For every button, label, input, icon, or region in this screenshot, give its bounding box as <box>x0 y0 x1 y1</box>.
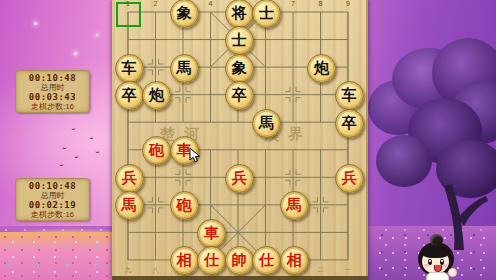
piece-black-soldier[interactable]: 卒 <box>115 81 144 110</box>
piece-black-elephant[interactable]: 象 <box>170 0 199 28</box>
piece-black-soldier[interactable]: 卒 <box>335 109 364 138</box>
piece-red-chariot[interactable]: 車 <box>197 219 226 248</box>
file-label-top: 8 <box>319 0 323 7</box>
piece-red-general[interactable]: 帥 <box>225 246 254 275</box>
move-count: 走棋步数:16 <box>16 210 89 220</box>
clock-panel-red: 00:10:48 总用时 00:02:19 走棋步数:16 <box>15 178 90 221</box>
mouse-cursor <box>189 147 201 163</box>
bird-icon: ⌄ <box>70 125 77 131</box>
total-time-label: 总用时 <box>16 83 89 92</box>
sparkle <box>96 34 98 36</box>
piece-black-advisor[interactable]: 士 <box>225 26 254 55</box>
sparkle <box>34 22 37 25</box>
file-label-bottom: 九 <box>125 265 132 275</box>
move-count: 走棋步数:16 <box>16 102 89 112</box>
file-label-top: 7 <box>291 0 295 7</box>
sparkle <box>74 52 77 55</box>
tree-trunk <box>420 140 496 250</box>
piece-red-horse[interactable]: 馬 <box>115 191 144 220</box>
move-time: 00:02:19 <box>16 200 89 210</box>
bird-icon: ⌄ <box>61 144 68 150</box>
piece-red-soldier[interactable]: 兵 <box>225 164 254 193</box>
piece-red-cannon[interactable]: 砲 <box>170 191 199 220</box>
piece-red-elephant[interactable]: 相 <box>280 246 309 275</box>
piece-red-elephant[interactable]: 相 <box>170 246 199 275</box>
total-time-label: 总用时 <box>16 191 89 200</box>
clock-panel-black: 00:10:48 总用时 00:03:43 走棋步数:16 <box>15 70 90 113</box>
file-label-bottom: 八 <box>152 265 159 275</box>
file-label-bottom: 一 <box>345 265 352 275</box>
piece-black-cannon[interactable]: 炮 <box>142 81 171 110</box>
piece-black-cannon[interactable]: 炮 <box>307 54 336 83</box>
piece-black-chariot[interactable]: 车 <box>115 54 144 83</box>
piece-black-soldier[interactable]: 卒 <box>225 81 254 110</box>
file-label-bottom: 二 <box>317 265 324 275</box>
piece-black-elephant[interactable]: 象 <box>225 54 254 83</box>
file-label-top: 1 <box>126 0 130 7</box>
file-label-top: 4 <box>209 0 213 7</box>
file-label-top: 9 <box>346 0 350 7</box>
total-time: 00:10:48 <box>16 181 89 191</box>
bird-icon: ⌄ <box>94 148 101 154</box>
board-edge <box>366 0 368 280</box>
piece-black-horse[interactable]: 馬 <box>252 109 281 138</box>
file-label-top: 2 <box>154 0 158 7</box>
bird-icon: ⌄ <box>58 161 65 167</box>
piece-black-advisor[interactable]: 士 <box>252 0 281 28</box>
xiangqi-board[interactable]: 楚河 漢界 123456789九八七六五四三二一象将士士车馬象炮卒炮卒车馬卒砲車… <box>112 0 368 280</box>
piece-red-soldier[interactable]: 兵 <box>335 164 364 193</box>
piece-red-soldier[interactable]: 兵 <box>115 164 144 193</box>
piece-red-horse[interactable]: 馬 <box>280 191 309 220</box>
piece-black-chariot[interactable]: 车 <box>335 81 364 110</box>
board-edge <box>112 276 368 280</box>
xiangqi-app: ⌄ ⌄ ⌄ ⌄ ⌄ ⌄ 楚河 漢界 123456789九八七六五四三二一象将士士… <box>0 0 496 280</box>
mascot-girl <box>410 236 464 280</box>
piece-black-general[interactable]: 将 <box>225 0 254 28</box>
bird-icon: ⌄ <box>73 153 80 159</box>
total-time: 00:10:48 <box>16 73 89 83</box>
move-time: 00:03:43 <box>16 92 89 102</box>
bird-icon: ⌄ <box>88 134 95 140</box>
piece-black-horse[interactable]: 馬 <box>170 54 199 83</box>
